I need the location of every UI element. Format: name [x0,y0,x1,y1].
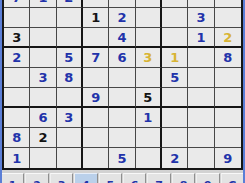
cell-r8c2[interactable]: 2 [30,128,56,148]
cell-r1c8[interactable] [188,0,214,8]
cell-r1c3[interactable]: 2 [57,0,83,8]
cell-r8c6[interactable] [136,128,162,148]
numpad-button-7[interactable]: 7 [147,173,170,183]
cell-r4c8[interactable] [188,48,214,68]
cell-r1c4[interactable] [83,0,109,8]
cell-r9c7[interactable]: 2 [162,148,188,168]
cell-r5c5[interactable] [109,68,135,88]
cell-r9c1[interactable]: 1 [4,148,30,168]
cell-r2c4[interactable]: 1 [83,8,109,28]
cell-r4c4[interactable]: 7 [83,48,109,68]
cell-r9c2[interactable] [30,148,56,168]
cell-r3c1[interactable]: 3 [4,28,30,48]
cell-r5c9[interactable] [215,68,241,88]
cell-r8c4[interactable] [83,128,109,148]
cell-r7c7[interactable] [162,108,188,128]
cell-r8c5[interactable] [109,128,135,148]
cell-r9c4[interactable] [83,148,109,168]
numpad-button-6[interactable]: 6 [123,173,146,183]
cell-r3c8[interactable]: 1 [188,28,214,48]
cell-r6c8[interactable] [188,88,214,108]
cell-r8c3[interactable] [57,128,83,148]
cell-r6c9[interactable] [215,88,241,108]
cell-r5c4[interactable] [83,68,109,88]
numpad-button-5[interactable]: 5 [99,173,122,183]
cell-r2c2[interactable] [30,8,56,28]
cell-r4c2[interactable] [30,48,56,68]
cell-r2c8[interactable]: 3 [188,8,214,28]
cell-r7c3[interactable]: 3 [57,108,83,128]
cell-r2c1[interactable] [4,8,30,28]
numpad-button-1[interactable]: 1 [1,173,24,183]
cell-r7c2[interactable]: 6 [30,108,56,128]
cell-r6c6[interactable]: 5 [136,88,162,108]
cell-r6c1[interactable] [4,88,30,108]
cell-r9c8[interactable] [188,148,214,168]
cell-r1c6[interactable] [136,0,162,8]
cell-r7c8[interactable] [188,108,214,128]
cell-r9c9[interactable]: 9 [215,148,241,168]
sudoku-board: 7121233412257631838595631821529 [2,0,243,170]
cell-r3c3[interactable] [57,28,83,48]
cell-r4c7[interactable]: 1 [162,48,188,68]
cell-r5c1[interactable] [4,68,30,88]
cell-r3c2[interactable] [30,28,56,48]
cell-r1c7[interactable] [162,0,188,8]
cell-r7c9[interactable] [215,108,241,128]
cell-r2c9[interactable] [215,8,241,28]
cell-r5c2[interactable]: 3 [30,68,56,88]
cell-r7c5[interactable] [109,108,135,128]
cell-r6c7[interactable] [162,88,188,108]
cell-r1c1[interactable]: 7 [4,0,30,8]
cell-r5c6[interactable] [136,68,162,88]
cell-r1c9[interactable] [215,0,241,8]
cell-r7c4[interactable] [83,108,109,128]
cell-r3c4[interactable] [83,28,109,48]
numpad-button-2[interactable]: 2 [25,173,48,183]
cell-r8c1[interactable]: 8 [4,128,30,148]
numpad-button-C[interactable]: C [221,173,244,183]
cell-r6c3[interactable] [57,88,83,108]
numpad-button-9[interactable]: 9 [196,173,219,183]
numpad-button-4[interactable]: 4 [74,173,97,183]
cell-r5c8[interactable] [188,68,214,88]
cell-r8c7[interactable] [162,128,188,148]
cell-r1c2[interactable]: 1 [30,0,56,8]
cell-r2c7[interactable] [162,8,188,28]
cell-r8c9[interactable] [215,128,241,148]
cell-r3c6[interactable] [136,28,162,48]
cell-r6c4[interactable]: 9 [83,88,109,108]
cell-r4c6[interactable]: 3 [136,48,162,68]
cell-r3c7[interactable] [162,28,188,48]
cell-r1c5[interactable] [109,0,135,8]
cell-r9c6[interactable] [136,148,162,168]
cell-r5c7[interactable]: 5 [162,68,188,88]
cell-r4c3[interactable]: 5 [57,48,83,68]
numpad-button-3[interactable]: 3 [50,173,73,183]
cell-r2c3[interactable] [57,8,83,28]
cell-r8c8[interactable] [188,128,214,148]
cell-r4c1[interactable]: 2 [4,48,30,68]
window-border-left [0,0,2,183]
numpad-button-8[interactable]: 8 [172,173,195,183]
cell-r2c6[interactable] [136,8,162,28]
sudoku-applet-window: 7121233412257631838595631821529 12345678… [0,0,245,183]
cell-r4c9[interactable]: 8 [215,48,241,68]
cell-r7c6[interactable]: 1 [136,108,162,128]
cell-r9c5[interactable]: 5 [109,148,135,168]
cell-r3c9[interactable]: 2 [215,28,241,48]
cell-r6c2[interactable] [30,88,56,108]
cell-r5c3[interactable]: 8 [57,68,83,88]
window-border-right [243,0,245,183]
cell-r9c3[interactable] [57,148,83,168]
cell-r7c1[interactable] [4,108,30,128]
cell-r4c5[interactable]: 6 [109,48,135,68]
cell-r6c5[interactable] [109,88,135,108]
cell-r2c5[interactable]: 2 [109,8,135,28]
number-palette: 123456789C [1,173,244,183]
cell-r3c5[interactable]: 4 [109,28,135,48]
